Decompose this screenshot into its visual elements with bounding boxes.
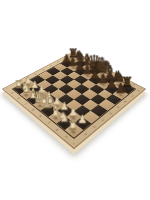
coordinate-label: 8 xyxy=(131,90,141,97)
white-rook-icon: ♜ xyxy=(67,120,78,132)
coordinate-label: 7 xyxy=(124,95,134,102)
chess-board: abcdefgh abcdefgh 87654321 87654321 ♜♞♝♛… xyxy=(2,51,146,149)
white-pawn-icon: ♟ xyxy=(77,114,87,125)
black-pawn-icon: ♟ xyxy=(114,81,126,94)
corner-pin-icon xyxy=(6,88,9,90)
corner-pin-icon xyxy=(72,143,75,146)
pieces-layer: ♜♞♝♛♚♝♞♜♟♟♟♟♟♟♟♟♟♟♟♟♟♟♟♟♜♞♝♛♚♝♞♜ xyxy=(13,56,135,137)
playing-area: ♜♞♝♛♚♝♞♜♟♟♟♟♟♟♟♟♟♟♟♟♟♟♟♟♜♞♝♛♚♝♞♜ xyxy=(12,56,136,139)
product-photo: abcdefgh abcdefgh 87654321 87654321 ♜♞♝♛… xyxy=(0,0,150,200)
